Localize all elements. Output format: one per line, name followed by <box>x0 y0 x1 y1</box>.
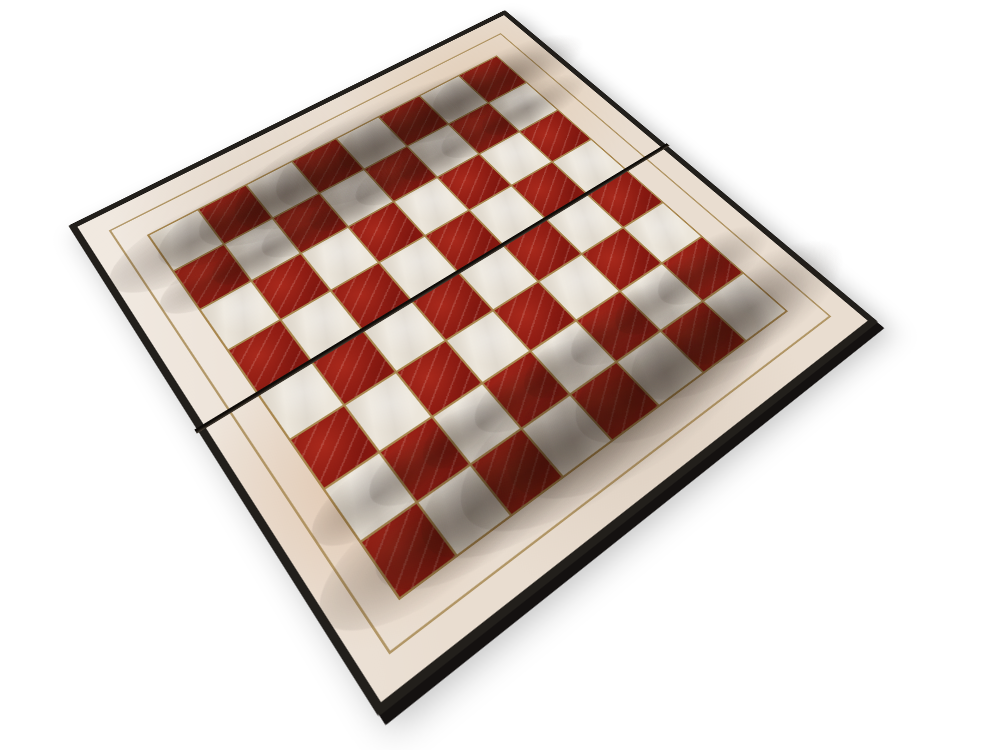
board: ♜♞♝♛♚♝♞♜♟♟♟♟♟♟♟♟♟♟♟♟♟♟♟♟♜♞♝♛♚♝♞♜ <box>68 10 878 717</box>
ivory-finial <box>607 241 621 272</box>
ivory-finial <box>560 281 573 311</box>
white-pawn-glyph: ♟ <box>246 178 280 255</box>
white-pawn-glyph: ♟ <box>294 153 328 228</box>
white-pawn-glyph: ♟ <box>385 107 417 179</box>
black-knight-glyph: ♞ <box>432 375 496 517</box>
white-pawn-glyph: ♟ <box>340 129 373 202</box>
white-pawn-glyph: ♟ <box>468 64 499 133</box>
photo-scene: ♜♞♝♛♚♝♞♜♟♟♟♟♟♟♟♟♟♟♟♟♟♟♟♟♜♞♝♛♚♝♞♜ <box>0 0 1000 750</box>
black-finial <box>323 41 334 65</box>
black-finial <box>366 13 377 38</box>
white-pawn-glyph: ♟ <box>427 85 459 156</box>
black-rook-glyph: ♜ <box>377 417 440 557</box>
white-pawn-glyph: ♟ <box>196 203 231 281</box>
white-pawn-glyph: ♟ <box>508 44 538 112</box>
